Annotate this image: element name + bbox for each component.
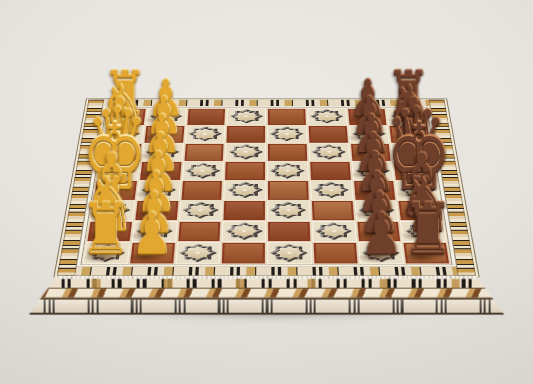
square-a4[interactable]	[226, 108, 266, 125]
square-f5[interactable]	[267, 201, 310, 221]
square-g3[interactable]	[177, 221, 222, 242]
square-f3[interactable]	[178, 201, 222, 221]
square-h7[interactable]: ♟	[357, 242, 404, 264]
piece-white-pawn[interactable]: ♟	[130, 209, 172, 261]
square-h8[interactable]: ♜	[403, 242, 451, 264]
square-f4[interactable]	[223, 201, 266, 221]
square-d5[interactable]	[267, 162, 309, 181]
square-g5[interactable]	[267, 221, 311, 242]
square-b4[interactable]	[226, 125, 266, 142]
square-h1[interactable]: ♜	[83, 242, 131, 264]
board-top-face: ♜♟♟♜♞♟♟♞♝♟♟♝♛♟♟♛♚♟♟♚♝♟♟♝♞♟♟♞♜♟♟♜	[57, 100, 476, 276]
square-c3[interactable]	[183, 143, 225, 161]
square-a3[interactable]	[186, 108, 226, 125]
border-band-near	[57, 267, 476, 276]
square-h2[interactable]: ♟	[129, 242, 176, 264]
square-e4[interactable]	[223, 181, 266, 200]
star-inlay-icon	[267, 161, 309, 180]
star-inlay-icon	[223, 180, 266, 199]
front-diagonal-stripe-band	[29, 289, 505, 298]
box-front-side	[29, 276, 505, 315]
square-e5[interactable]	[267, 181, 310, 200]
photo-scene: ♜♟♟♜♞♟♟♞♝♟♟♝♛♟♟♛♚♟♟♚♝♟♟♝♞♟♟♞♜♟♟♜	[0, 0, 533, 384]
chess-board: ♜♟♟♜♞♟♟♞♝♟♟♝♛♟♟♛♚♟♟♚♝♟♟♝♞♟♟♞♜♟♟♜	[82, 108, 452, 265]
star-inlay-icon	[267, 242, 312, 264]
star-inlay-icon	[225, 143, 266, 161]
star-inlay-icon	[175, 242, 221, 264]
star-inlay-icon	[184, 125, 225, 142]
square-a5[interactable]	[267, 108, 307, 125]
star-inlay-icon	[182, 161, 224, 180]
star-inlay-icon	[267, 125, 307, 142]
piece-white-rook[interactable]: ♜	[80, 197, 131, 261]
square-h5[interactable]	[267, 242, 312, 264]
star-inlay-icon	[222, 221, 266, 242]
square-h3[interactable]	[175, 242, 221, 264]
piece-black-rook[interactable]: ♜	[402, 197, 453, 261]
square-h4[interactable]	[221, 242, 266, 264]
square-b3[interactable]	[184, 125, 225, 142]
star-inlay-icon	[267, 200, 310, 220]
square-b5[interactable]	[267, 125, 307, 142]
front-pearl-band	[29, 300, 505, 313]
square-g4[interactable]	[222, 221, 266, 242]
chess-box: ♜♟♟♜♞♟♟♞♝♟♟♝♛♟♟♛♚♟♟♚♝♟♟♝♞♟♟♞♜♟♟♜	[57, 100, 476, 276]
square-e3[interactable]	[180, 181, 223, 200]
front-barcode-band	[29, 279, 505, 289]
square-c5[interactable]	[267, 143, 308, 161]
square-d4[interactable]	[224, 162, 266, 181]
inner-frame: ♜♟♟♜♞♟♟♞♝♟♟♝♛♟♟♛♚♟♟♚♝♟♟♝♞♟♟♞♜♟♟♜	[77, 106, 456, 266]
star-inlay-icon	[226, 108, 266, 125]
front-bottom-edge	[29, 312, 505, 314]
square-d3[interactable]	[182, 162, 224, 181]
square-c4[interactable]	[225, 143, 266, 161]
star-inlay-icon	[178, 200, 222, 220]
piece-black-pawn[interactable]: ♟	[361, 209, 403, 261]
